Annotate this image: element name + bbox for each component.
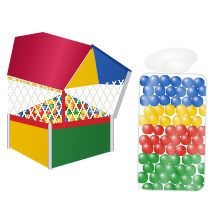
frame-post-left xyxy=(7,113,10,149)
net-corner-post xyxy=(62,90,65,128)
ball-bag xyxy=(136,44,206,190)
ball-pit xyxy=(7,28,145,178)
ball xyxy=(114,125,121,132)
bag-body xyxy=(137,72,207,191)
product-photo xyxy=(0,0,210,210)
bag-plastic-gloss xyxy=(138,73,206,190)
frame-post-front xyxy=(48,123,52,170)
frame-post-right xyxy=(110,115,114,152)
